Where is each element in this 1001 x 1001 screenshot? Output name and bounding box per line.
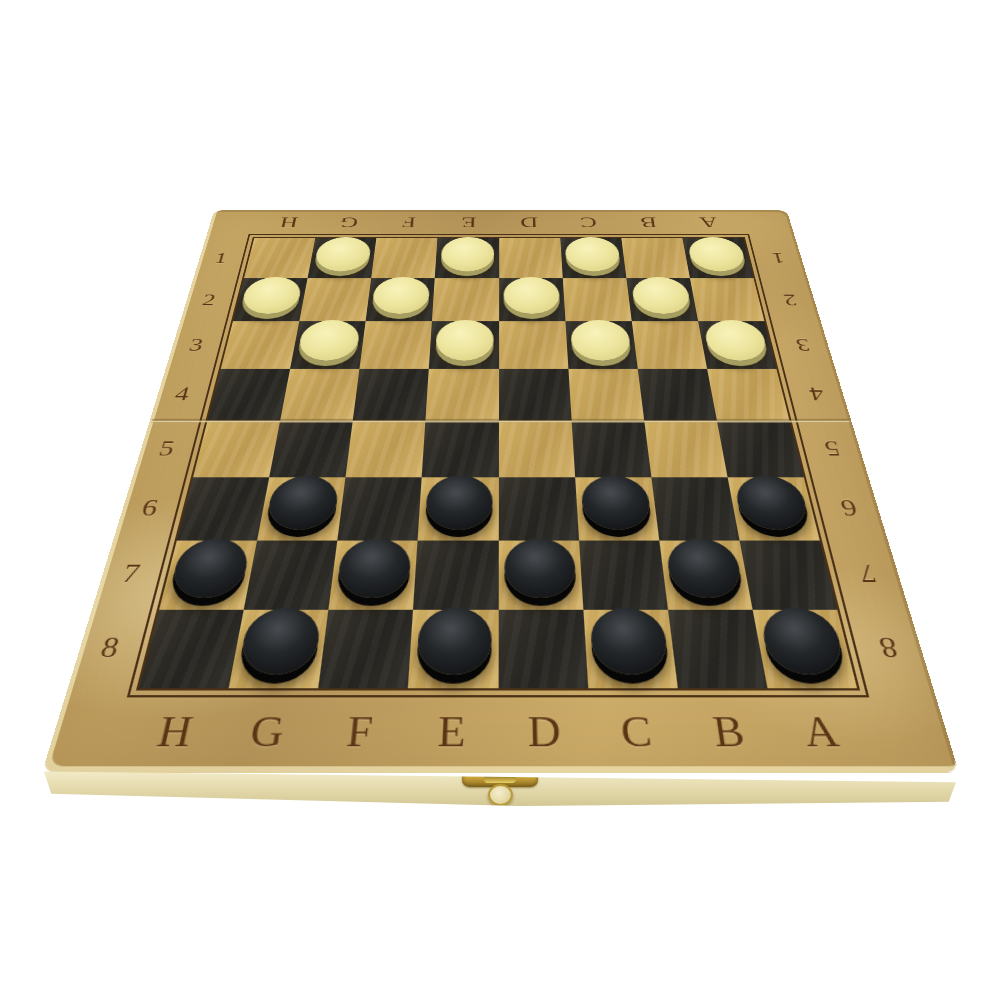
top-coordinate-label: E — [438, 214, 499, 231]
clasp-knob-icon[interactable] — [488, 784, 513, 806]
left-coordinate-label: 8 — [75, 630, 144, 664]
fold-seam — [151, 419, 850, 423]
dark-checker-H7[interactable] — [168, 539, 252, 598]
square-D2[interactable] — [499, 278, 565, 321]
light-checker-E1[interactable] — [440, 237, 495, 271]
square-B1[interactable] — [621, 238, 690, 278]
top-coordinates: HGFEDCBA — [249, 210, 749, 233]
playing-area-frame — [127, 234, 870, 697]
right-coordinate-label: 2 — [764, 290, 817, 309]
square-D7[interactable] — [498, 540, 583, 610]
square-C4[interactable] — [568, 369, 644, 421]
product-photo: HGFEDCBA 12345678 12345678 HGFEDCBA — [0, 0, 1001, 1001]
left-coordinate-label: 5 — [137, 436, 195, 461]
bottom-coordinate-label: B — [679, 707, 779, 758]
square-C3[interactable] — [565, 321, 637, 368]
square-H5[interactable] — [193, 420, 280, 477]
square-H8[interactable] — [139, 610, 244, 688]
right-coordinate-label: 8 — [852, 630, 926, 664]
square-H3[interactable] — [221, 321, 300, 368]
square-D8[interactable] — [498, 610, 588, 688]
bottom-coordinate-label: G — [216, 707, 316, 758]
left-coordinate-label: 4 — [154, 383, 209, 406]
square-B4[interactable] — [638, 369, 717, 421]
left-coordinate-label: 1 — [197, 249, 245, 267]
dark-checker-E6[interactable] — [424, 476, 493, 530]
square-E4[interactable] — [426, 369, 499, 421]
square-E3[interactable] — [429, 321, 499, 368]
square-G5[interactable] — [269, 420, 353, 477]
square-A2[interactable] — [690, 278, 765, 321]
light-checker-B2[interactable] — [630, 277, 692, 314]
right-coordinate-label: 7 — [833, 559, 903, 590]
top-coordinate-label: A — [677, 214, 741, 231]
light-checker-A3[interactable] — [702, 320, 769, 360]
square-E8[interactable] — [408, 610, 498, 688]
square-G3[interactable] — [290, 321, 366, 368]
right-coordinate-label: 6 — [817, 494, 883, 522]
dark-checker-C6[interactable] — [580, 476, 652, 530]
square-G1[interactable] — [308, 238, 377, 278]
box-front-edge — [44, 770, 956, 806]
dark-checker-E8[interactable] — [415, 608, 492, 674]
square-H1[interactable] — [244, 238, 315, 278]
square-C7[interactable] — [579, 540, 668, 610]
light-checker-A1[interactable] — [686, 237, 747, 271]
top-coordinate-label: H — [257, 214, 321, 231]
dark-checker-A6[interactable] — [733, 476, 812, 530]
brass-clasp[interactable] — [462, 768, 538, 812]
bottom-coordinate-label: C — [589, 707, 686, 758]
square-G2[interactable] — [299, 278, 371, 321]
dark-checker-A8[interactable] — [758, 608, 847, 674]
square-H2[interactable] — [233, 278, 308, 321]
light-checker-E3[interactable] — [435, 320, 495, 360]
square-D1[interactable] — [499, 238, 563, 278]
square-A6[interactable] — [727, 477, 819, 540]
square-D4[interactable] — [499, 369, 572, 421]
square-F6[interactable] — [338, 477, 422, 540]
bottom-coordinate-label: H — [123, 707, 227, 758]
left-coordinate-label: 6 — [119, 494, 180, 522]
square-H6[interactable] — [177, 477, 269, 540]
square-E6[interactable] — [418, 477, 498, 540]
square-H4[interactable] — [208, 369, 291, 421]
light-checker-G1[interactable] — [313, 237, 372, 271]
light-checker-F2[interactable] — [371, 277, 430, 314]
square-C1[interactable] — [560, 238, 626, 278]
square-F2[interactable] — [366, 278, 435, 321]
top-coordinate-label: B — [618, 214, 681, 231]
dark-checker-G8[interactable] — [238, 608, 323, 674]
clasp-slot-icon — [484, 773, 516, 783]
bottom-coordinate-label: E — [404, 707, 498, 758]
square-B3[interactable] — [632, 321, 707, 368]
square-A4[interactable] — [707, 369, 790, 421]
bottom-coordinate-label: A — [770, 707, 873, 758]
dark-checker-F7[interactable] — [336, 539, 412, 598]
square-C5[interactable] — [571, 420, 651, 477]
right-coordinate-label: 3 — [775, 334, 831, 355]
square-F1[interactable] — [371, 238, 437, 278]
dark-checker-C8[interactable] — [589, 608, 670, 674]
left-coordinate-label: 2 — [184, 290, 234, 309]
square-A5[interactable] — [717, 420, 804, 477]
left-coordinate-label: 7 — [98, 559, 163, 590]
square-B5[interactable] — [644, 420, 728, 477]
checkers-board: HGFEDCBA 12345678 12345678 HGFEDCBA — [42, 210, 959, 772]
square-A1[interactable] — [682, 238, 753, 278]
play-grid — [136, 237, 860, 690]
square-C8[interactable] — [583, 610, 678, 688]
square-F3[interactable] — [360, 321, 433, 368]
square-D6[interactable] — [498, 477, 578, 540]
dark-checker-G6[interactable] — [265, 476, 341, 530]
square-D5[interactable] — [498, 420, 574, 477]
top-coordinate-label: F — [378, 214, 440, 231]
square-C6[interactable] — [575, 477, 659, 540]
light-checker-C1[interactable] — [564, 237, 621, 271]
square-A8[interactable] — [753, 610, 858, 688]
bottom-coordinate-label: F — [310, 707, 407, 758]
right-coordinate-label: 1 — [753, 249, 804, 267]
square-F8[interactable] — [319, 610, 414, 688]
board-3d-surface: HGFEDCBA 12345678 12345678 HGFEDCBA — [42, 210, 959, 772]
light-checker-D2[interactable] — [503, 277, 560, 314]
square-C2[interactable] — [562, 278, 631, 321]
square-E2[interactable] — [432, 278, 499, 321]
bottom-coordinate-label: D — [498, 707, 592, 758]
square-G8[interactable] — [229, 610, 329, 688]
light-checker-C3[interactable] — [570, 320, 632, 360]
square-D3[interactable] — [499, 321, 568, 368]
dark-checker-B7[interactable] — [664, 539, 744, 598]
square-B7[interactable] — [659, 540, 753, 610]
square-A3[interactable] — [698, 321, 776, 368]
dark-checker-D7[interactable] — [504, 539, 576, 598]
square-E7[interactable] — [413, 540, 498, 610]
left-coordinate-label: 3 — [170, 334, 222, 355]
square-F5[interactable] — [346, 420, 426, 477]
square-F4[interactable] — [353, 369, 429, 421]
top-coordinate-label: G — [317, 214, 380, 231]
light-checker-H2[interactable] — [239, 277, 303, 314]
square-H7[interactable] — [159, 540, 257, 610]
square-G6[interactable] — [257, 477, 345, 540]
square-A7[interactable] — [739, 540, 837, 610]
top-coordinate-label: C — [558, 214, 620, 231]
square-B8[interactable] — [668, 610, 768, 688]
right-coordinate-label: 5 — [801, 436, 863, 461]
top-coordinate-label: D — [499, 214, 560, 231]
light-checker-G3[interactable] — [297, 320, 362, 360]
square-E1[interactable] — [435, 238, 499, 278]
square-E5[interactable] — [422, 420, 498, 477]
right-coordinate-label: 4 — [788, 383, 847, 406]
square-G7[interactable] — [244, 540, 338, 610]
square-B6[interactable] — [651, 477, 739, 540]
bottom-coordinates: HGFEDCBA — [107, 697, 889, 772]
square-G4[interactable] — [280, 369, 359, 421]
square-B2[interactable] — [626, 278, 698, 321]
square-F7[interactable] — [329, 540, 418, 610]
